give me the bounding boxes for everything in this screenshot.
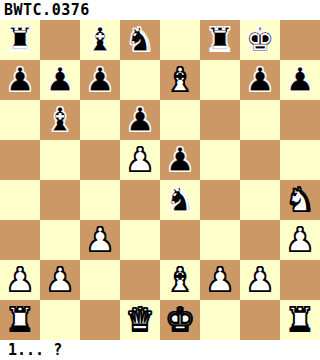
square-b6[interactable]: ♝ <box>40 100 80 140</box>
move-prompt: 1... ? <box>0 340 320 360</box>
square-g3[interactable] <box>240 220 280 260</box>
square-a6[interactable] <box>0 100 40 140</box>
square-h7[interactable]: ♟ <box>280 60 320 100</box>
square-e2[interactable]: ♝ <box>160 260 200 300</box>
piece-black-pawn: ♟ <box>125 100 155 140</box>
square-d1[interactable]: ♛ <box>120 300 160 340</box>
square-f7[interactable] <box>200 60 240 100</box>
square-a4[interactable] <box>0 180 40 220</box>
square-f3[interactable] <box>200 220 240 260</box>
square-e7[interactable]: ♝ <box>160 60 200 100</box>
square-d8[interactable]: ♞ <box>120 20 160 60</box>
square-f6[interactable] <box>200 100 240 140</box>
square-e8[interactable] <box>160 20 200 60</box>
square-a3[interactable] <box>0 220 40 260</box>
piece-black-bishop: ♝ <box>85 20 115 60</box>
square-c4[interactable] <box>80 180 120 220</box>
piece-black-pawn: ♟ <box>5 60 35 100</box>
piece-black-pawn: ♟ <box>85 60 115 100</box>
square-f1[interactable] <box>200 300 240 340</box>
puzzle-title: BWTC.0376 <box>0 0 320 20</box>
square-d6[interactable]: ♟ <box>120 100 160 140</box>
piece-white-pawn: ♟ <box>285 220 315 260</box>
piece-white-pawn: ♟ <box>85 220 115 260</box>
square-h3[interactable]: ♟ <box>280 220 320 260</box>
square-f8[interactable]: ♜ <box>200 20 240 60</box>
piece-white-rook: ♜ <box>5 300 35 340</box>
square-b5[interactable] <box>40 140 80 180</box>
piece-white-pawn: ♟ <box>5 260 35 300</box>
square-c1[interactable] <box>80 300 120 340</box>
square-d4[interactable] <box>120 180 160 220</box>
square-g5[interactable] <box>240 140 280 180</box>
piece-white-queen: ♛ <box>125 300 155 340</box>
square-e5[interactable]: ♟ <box>160 140 200 180</box>
piece-black-king: ♚ <box>245 20 275 60</box>
piece-black-rook: ♜ <box>5 20 35 60</box>
square-c3[interactable]: ♟ <box>80 220 120 260</box>
square-g2[interactable]: ♟ <box>240 260 280 300</box>
piece-black-pawn: ♟ <box>245 60 275 100</box>
square-c8[interactable]: ♝ <box>80 20 120 60</box>
square-c5[interactable] <box>80 140 120 180</box>
square-d2[interactable] <box>120 260 160 300</box>
square-a7[interactable]: ♟ <box>0 60 40 100</box>
square-b7[interactable]: ♟ <box>40 60 80 100</box>
square-h5[interactable] <box>280 140 320 180</box>
piece-white-bishop: ♝ <box>165 260 195 300</box>
square-h8[interactable] <box>280 20 320 60</box>
square-d5[interactable]: ♟ <box>120 140 160 180</box>
square-a5[interactable] <box>0 140 40 180</box>
piece-black-knight: ♞ <box>125 20 155 60</box>
piece-black-knight: ♞ <box>165 180 195 220</box>
square-a8[interactable]: ♜ <box>0 20 40 60</box>
square-d7[interactable] <box>120 60 160 100</box>
piece-white-pawn: ♟ <box>245 260 275 300</box>
square-c7[interactable]: ♟ <box>80 60 120 100</box>
square-g4[interactable] <box>240 180 280 220</box>
square-b3[interactable] <box>40 220 80 260</box>
piece-white-knight: ♞ <box>285 180 315 220</box>
chess-board: ♜♝♞♜♚♟♟♟♝♟♟♝♟♟♟♞♞♟♟♟♟♝♟♟♜♛♚♜ <box>0 20 320 340</box>
square-d3[interactable] <box>120 220 160 260</box>
piece-white-pawn: ♟ <box>125 140 155 180</box>
square-f2[interactable]: ♟ <box>200 260 240 300</box>
square-h2[interactable] <box>280 260 320 300</box>
square-h6[interactable] <box>280 100 320 140</box>
square-g1[interactable] <box>240 300 280 340</box>
square-b4[interactable] <box>40 180 80 220</box>
square-a2[interactable]: ♟ <box>0 260 40 300</box>
piece-black-pawn: ♟ <box>285 60 315 100</box>
piece-white-bishop: ♝ <box>165 60 195 100</box>
square-g7[interactable]: ♟ <box>240 60 280 100</box>
piece-black-rook: ♜ <box>205 20 235 60</box>
piece-white-pawn: ♟ <box>45 260 75 300</box>
square-c2[interactable] <box>80 260 120 300</box>
square-h4[interactable]: ♞ <box>280 180 320 220</box>
piece-black-pawn: ♟ <box>45 60 75 100</box>
square-h1[interactable]: ♜ <box>280 300 320 340</box>
square-e6[interactable] <box>160 100 200 140</box>
square-f5[interactable] <box>200 140 240 180</box>
square-e1[interactable]: ♚ <box>160 300 200 340</box>
piece-white-king: ♚ <box>165 300 195 340</box>
piece-black-bishop: ♝ <box>45 100 75 140</box>
square-e3[interactable] <box>160 220 200 260</box>
square-c6[interactable] <box>80 100 120 140</box>
piece-white-pawn: ♟ <box>205 260 235 300</box>
piece-white-rook: ♜ <box>285 300 315 340</box>
square-a1[interactable]: ♜ <box>0 300 40 340</box>
square-b8[interactable] <box>40 20 80 60</box>
piece-black-pawn: ♟ <box>165 140 195 180</box>
square-e4[interactable]: ♞ <box>160 180 200 220</box>
square-b2[interactable]: ♟ <box>40 260 80 300</box>
square-g6[interactable] <box>240 100 280 140</box>
square-b1[interactable] <box>40 300 80 340</box>
square-f4[interactable] <box>200 180 240 220</box>
square-g8[interactable]: ♚ <box>240 20 280 60</box>
